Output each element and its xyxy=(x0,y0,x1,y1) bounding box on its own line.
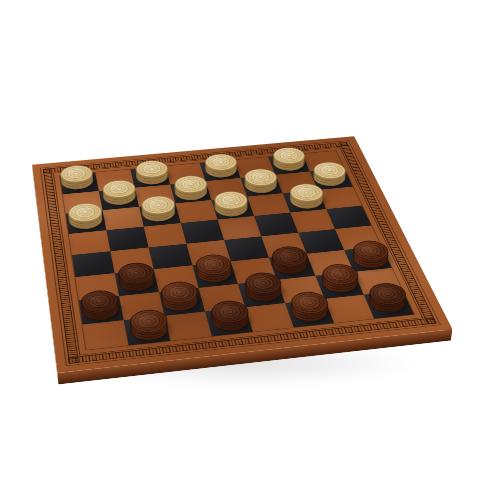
scene xyxy=(0,0,480,480)
piece-light[interactable] xyxy=(173,183,210,203)
piece-dark[interactable] xyxy=(209,309,252,335)
piece-light[interactable] xyxy=(212,199,250,220)
piece-dark[interactable] xyxy=(318,272,361,296)
piece-dark[interactable] xyxy=(194,262,235,286)
piece-light[interactable] xyxy=(203,161,239,180)
piece-dark[interactable] xyxy=(128,318,170,344)
piece-light[interactable] xyxy=(134,168,170,187)
piece-light[interactable] xyxy=(60,173,95,192)
piece-dark[interactable] xyxy=(80,298,120,323)
piece-light[interactable] xyxy=(102,188,138,208)
piece-light[interactable] xyxy=(287,191,326,211)
piece-light[interactable] xyxy=(242,176,280,196)
piece-dark[interactable] xyxy=(287,300,331,326)
piece-dark[interactable] xyxy=(159,289,200,314)
piece-dark[interactable] xyxy=(365,291,410,316)
piece-dark[interactable] xyxy=(269,254,311,277)
piece-dark[interactable] xyxy=(117,271,157,295)
checkers-board xyxy=(32,136,452,373)
piece-dark[interactable] xyxy=(242,280,284,305)
piece-dark[interactable] xyxy=(349,248,392,271)
piece-light[interactable] xyxy=(270,155,307,174)
